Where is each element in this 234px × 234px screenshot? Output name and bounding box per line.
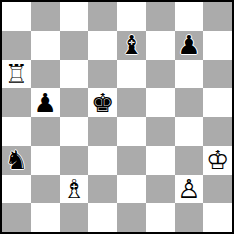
square-e4[interactable] bbox=[117, 117, 146, 146]
square-d7[interactable] bbox=[88, 31, 117, 60]
square-f2[interactable] bbox=[146, 175, 175, 204]
square-a6[interactable]: ♖ bbox=[2, 60, 31, 89]
square-h4[interactable] bbox=[203, 117, 232, 146]
square-a5[interactable] bbox=[2, 88, 31, 117]
square-f4[interactable] bbox=[146, 117, 175, 146]
piece-black-pawn-g7: ♟ bbox=[177, 32, 200, 58]
square-g1[interactable] bbox=[175, 203, 204, 232]
square-b3[interactable] bbox=[31, 146, 60, 175]
square-h5[interactable] bbox=[203, 88, 232, 117]
piece-black-bishop-e7: ♝ bbox=[120, 32, 143, 58]
square-a1[interactable] bbox=[2, 203, 31, 232]
square-e8[interactable] bbox=[117, 2, 146, 31]
square-b4[interactable] bbox=[31, 117, 60, 146]
square-e5[interactable] bbox=[117, 88, 146, 117]
piece-white-king-h3: ♔ bbox=[206, 147, 229, 173]
square-a7[interactable] bbox=[2, 31, 31, 60]
square-e3[interactable] bbox=[117, 146, 146, 175]
square-d8[interactable] bbox=[88, 2, 117, 31]
square-e2[interactable] bbox=[117, 175, 146, 204]
square-h7[interactable] bbox=[203, 31, 232, 60]
square-d2[interactable] bbox=[88, 175, 117, 204]
piece-white-rook-a6: ♖ bbox=[5, 61, 28, 87]
square-a8[interactable] bbox=[2, 2, 31, 31]
piece-black-king-d5: ♚ bbox=[91, 90, 114, 116]
square-a3[interactable]: ♞ bbox=[2, 146, 31, 175]
square-c1[interactable] bbox=[60, 203, 89, 232]
square-b5[interactable]: ♟ bbox=[31, 88, 60, 117]
chess-board: ♝♟♖♟♚♞♔♗♙ bbox=[0, 0, 234, 234]
square-b6[interactable] bbox=[31, 60, 60, 89]
square-c8[interactable] bbox=[60, 2, 89, 31]
square-c3[interactable] bbox=[60, 146, 89, 175]
square-f1[interactable] bbox=[146, 203, 175, 232]
square-d3[interactable] bbox=[88, 146, 117, 175]
square-d6[interactable] bbox=[88, 60, 117, 89]
square-e6[interactable] bbox=[117, 60, 146, 89]
square-h8[interactable] bbox=[203, 2, 232, 31]
square-g5[interactable] bbox=[175, 88, 204, 117]
square-c5[interactable] bbox=[60, 88, 89, 117]
square-d1[interactable] bbox=[88, 203, 117, 232]
square-b8[interactable] bbox=[31, 2, 60, 31]
square-e7[interactable]: ♝ bbox=[117, 31, 146, 60]
piece-white-pawn-g2: ♙ bbox=[177, 176, 200, 202]
square-d4[interactable] bbox=[88, 117, 117, 146]
square-f7[interactable] bbox=[146, 31, 175, 60]
square-a2[interactable] bbox=[2, 175, 31, 204]
square-h3[interactable]: ♔ bbox=[203, 146, 232, 175]
square-a4[interactable] bbox=[2, 117, 31, 146]
square-g4[interactable] bbox=[175, 117, 204, 146]
square-g2[interactable]: ♙ bbox=[175, 175, 204, 204]
square-c7[interactable] bbox=[60, 31, 89, 60]
square-g8[interactable] bbox=[175, 2, 204, 31]
square-c4[interactable] bbox=[60, 117, 89, 146]
square-h6[interactable] bbox=[203, 60, 232, 89]
square-c6[interactable] bbox=[60, 60, 89, 89]
square-f3[interactable] bbox=[146, 146, 175, 175]
square-b2[interactable] bbox=[31, 175, 60, 204]
square-f8[interactable] bbox=[146, 2, 175, 31]
square-d5[interactable]: ♚ bbox=[88, 88, 117, 117]
square-f5[interactable] bbox=[146, 88, 175, 117]
square-g7[interactable]: ♟ bbox=[175, 31, 204, 60]
square-b1[interactable] bbox=[31, 203, 60, 232]
piece-black-knight-a3: ♞ bbox=[5, 147, 28, 173]
square-h1[interactable] bbox=[203, 203, 232, 232]
piece-black-pawn-b5: ♟ bbox=[33, 90, 56, 116]
square-f6[interactable] bbox=[146, 60, 175, 89]
square-e1[interactable] bbox=[117, 203, 146, 232]
square-b7[interactable] bbox=[31, 31, 60, 60]
piece-white-bishop-c2: ♗ bbox=[62, 176, 85, 202]
square-g3[interactable] bbox=[175, 146, 204, 175]
square-g6[interactable] bbox=[175, 60, 204, 89]
square-c2[interactable]: ♗ bbox=[60, 175, 89, 204]
square-h2[interactable] bbox=[203, 175, 232, 204]
